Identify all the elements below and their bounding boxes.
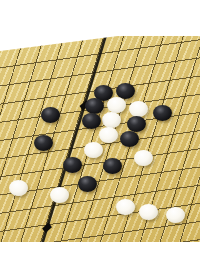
black-stone[interactable]	[153, 105, 172, 121]
black-stone[interactable]	[120, 131, 139, 147]
white-stone[interactable]	[102, 112, 121, 128]
white-stone[interactable]	[99, 127, 118, 143]
black-stone[interactable]	[103, 158, 122, 174]
black-stone[interactable]	[127, 116, 146, 132]
white-stone[interactable]	[107, 97, 126, 113]
white-stone[interactable]	[166, 207, 185, 223]
white-stone[interactable]	[116, 199, 135, 215]
white-stone[interactable]	[134, 150, 153, 166]
board-photo	[0, 0, 200, 280]
white-stone[interactable]	[84, 142, 103, 158]
black-stone[interactable]	[63, 157, 82, 173]
stones-layer	[0, 36, 200, 242]
white-stone[interactable]	[9, 180, 28, 196]
black-stone[interactable]	[34, 135, 53, 151]
white-stone[interactable]	[139, 204, 158, 220]
white-stone[interactable]	[50, 187, 69, 203]
black-stone[interactable]	[82, 113, 101, 129]
black-stone[interactable]	[78, 176, 97, 192]
black-stone[interactable]	[41, 107, 60, 123]
black-stone[interactable]	[85, 98, 104, 114]
go-board-photo	[0, 36, 200, 242]
white-stone[interactable]	[129, 101, 148, 117]
